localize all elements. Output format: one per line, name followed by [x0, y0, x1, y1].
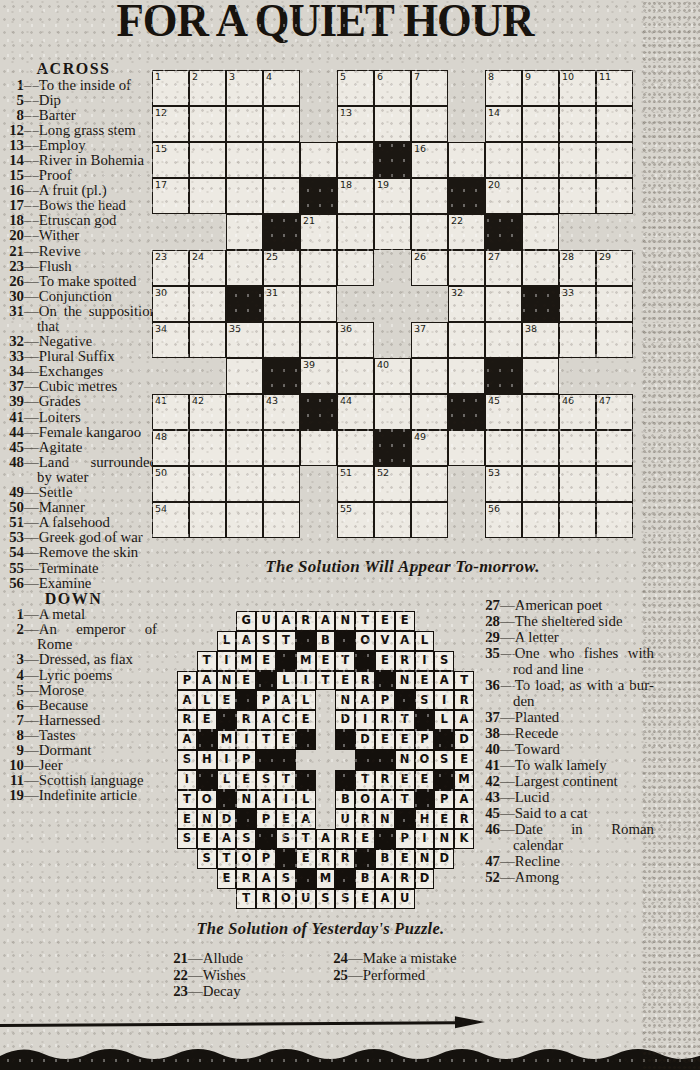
- cell-r7c2[interactable]: [189, 286, 226, 322]
- cell-number: 31: [266, 287, 278, 298]
- cell-r1c6[interactable]: 5: [337, 70, 374, 106]
- cell-r4c13[interactable]: [596, 178, 633, 214]
- cell-number: 25: [266, 251, 278, 262]
- cell-r1c10[interactable]: 8: [485, 70, 522, 106]
- cell-r6c8[interactable]: 26: [411, 250, 448, 286]
- solution-cell-r3c4: M: [236, 651, 256, 671]
- empty-space: [300, 70, 337, 106]
- cell-r11c8[interactable]: 49: [411, 430, 448, 466]
- solution-cell-r10c2: O: [197, 790, 217, 810]
- cell-r10c3[interactable]: [226, 394, 263, 430]
- cell-r13c13[interactable]: [596, 502, 633, 538]
- solution-cell-r4c10: R: [355, 671, 375, 691]
- clue-item: 1—To the inside of: [4, 78, 157, 93]
- cell-r11c1[interactable]: 48: [152, 430, 189, 466]
- solution-letter: D: [341, 714, 351, 726]
- solution-letter: E: [242, 774, 250, 786]
- cell-r1c8[interactable]: 7: [411, 70, 448, 106]
- cell-r4c4[interactable]: [263, 178, 300, 214]
- solution-cell-r1c7: R: [296, 611, 316, 631]
- cell-r2c8[interactable]: [411, 106, 448, 142]
- solution-cell-r7c1: A: [177, 730, 197, 750]
- cell-r6c4[interactable]: 25: [263, 250, 300, 286]
- cell-r7c13[interactable]: [596, 286, 633, 322]
- cell-r11c2[interactable]: [189, 430, 226, 466]
- cell-r2c2[interactable]: [189, 106, 226, 142]
- clue-number: 37: [4, 379, 24, 394]
- solution-cell-r3c8: E: [316, 651, 336, 671]
- empty-space: [454, 849, 474, 869]
- solution-cell-r11c1: E: [177, 809, 197, 829]
- solution-cell-r9c2: [197, 770, 217, 790]
- solution-letter: E: [361, 833, 369, 845]
- clue-number: 4: [4, 668, 24, 683]
- caption-yesterday: The Solution of Yesterday's Puzzle.: [168, 919, 473, 939]
- cell-r2c4[interactable]: [263, 106, 300, 142]
- solution-cell-r9c15: M: [454, 770, 474, 790]
- cell-r6c3[interactable]: [226, 250, 263, 286]
- solution-cell-r12c1: S: [177, 829, 197, 849]
- cell-r13c12[interactable]: [559, 502, 596, 538]
- solution-cell-r5c12: [395, 690, 415, 710]
- solution-letter: R: [262, 893, 271, 905]
- cell-r8c6[interactable]: 36: [337, 322, 374, 358]
- cell-r9c8[interactable]: [411, 358, 448, 394]
- cell-r7c4[interactable]: 31: [263, 286, 300, 322]
- solution-cell-r2c7: [296, 631, 316, 651]
- solution-letter: K: [460, 833, 469, 845]
- solution-letter: R: [361, 814, 370, 826]
- cell-r12c3[interactable]: [226, 466, 263, 502]
- empty-space: [434, 869, 454, 889]
- cell-r12c12[interactable]: [559, 466, 596, 502]
- cell-r3c2[interactable]: [189, 142, 226, 178]
- cell-r3c3[interactable]: [226, 142, 263, 178]
- solution-letter: S: [440, 754, 448, 766]
- solution-letter: E: [223, 695, 231, 707]
- clue-number: 24: [328, 950, 348, 967]
- cell-number: 27: [488, 251, 500, 262]
- cell-r12c8[interactable]: [411, 466, 448, 502]
- cell-r1c1[interactable]: 1: [152, 70, 189, 106]
- clue-item: 2—An emperor of Rome: [4, 622, 157, 652]
- cell-r3c4[interactable]: [263, 142, 300, 178]
- solution-letter: A: [321, 833, 330, 845]
- cell-number: 42: [192, 395, 204, 406]
- solution-cell-r15c5: R: [256, 889, 276, 909]
- cell-r5c4: [263, 214, 300, 250]
- clue-number: 5: [4, 683, 24, 698]
- cell-r10c4[interactable]: 43: [263, 394, 300, 430]
- cell-r9c10: [485, 358, 522, 394]
- solution-letter: I: [422, 655, 426, 667]
- cell-r4c8[interactable]: [411, 178, 448, 214]
- cell-r13c4[interactable]: [263, 502, 300, 538]
- cell-r3c9[interactable]: [448, 142, 485, 178]
- scan-noise-edge: [642, 0, 700, 1070]
- clue-number: 6: [4, 698, 24, 713]
- cell-r4c1[interactable]: 17: [152, 178, 189, 214]
- clue-number: 14: [4, 153, 24, 168]
- cell-r2c7[interactable]: [374, 106, 411, 142]
- solution-letter: A: [262, 873, 271, 885]
- solution-cell-r2c8: B: [316, 631, 336, 651]
- cell-r1c12[interactable]: 10: [559, 70, 596, 106]
- cell-r3c1[interactable]: 15: [152, 142, 189, 178]
- cell-r1c2[interactable]: 2: [189, 70, 226, 106]
- clue-item: 15—Proof: [4, 168, 157, 183]
- solution-letter: M: [300, 655, 311, 667]
- cell-r11c4[interactable]: [263, 430, 300, 466]
- cell-r6c11[interactable]: [522, 250, 559, 286]
- cell-r11c10[interactable]: [485, 430, 522, 466]
- empty-space: [177, 889, 197, 909]
- solution-letter: R: [341, 833, 350, 845]
- solution-cell-r11c15: R: [454, 809, 474, 829]
- solution-cell-r10c5: A: [256, 790, 276, 810]
- cell-r1c13[interactable]: 11: [596, 70, 633, 106]
- solution-letter: A: [460, 794, 469, 806]
- solution-letter: S: [262, 774, 270, 786]
- solution-cell-r9c4: E: [236, 770, 256, 790]
- caption-tomorrow: The Solution Will Appear To-morrow.: [230, 557, 575, 577]
- cell-r13c3[interactable]: [226, 502, 263, 538]
- cell-r6c12[interactable]: 28: [559, 250, 596, 286]
- solution-letter: N: [380, 814, 390, 826]
- solution-letter: D: [420, 873, 430, 885]
- solution-letter: T: [183, 794, 191, 806]
- cell-r1c7[interactable]: 6: [374, 70, 411, 106]
- solution-letter: S: [183, 833, 191, 845]
- clue-item: 19—Indefinite article: [4, 788, 157, 803]
- solution-letter: P: [440, 794, 448, 806]
- solution-cell-r15c6: O: [276, 889, 296, 909]
- solution-letter: T: [203, 655, 211, 667]
- cell-r11c5[interactable]: [300, 430, 337, 466]
- clue-item: 8—Tastes: [4, 728, 157, 743]
- solution-letter: E: [401, 615, 409, 627]
- cell-number: 1: [155, 71, 161, 82]
- clue-number: 40: [480, 741, 500, 757]
- cell-r10c12[interactable]: 46: [559, 394, 596, 430]
- cell-r7c9[interactable]: 32: [448, 286, 485, 322]
- cell-r3c10[interactable]: [485, 142, 522, 178]
- cell-r4c6[interactable]: 18: [337, 178, 374, 214]
- cell-r1c4[interactable]: 4: [263, 70, 300, 106]
- solution-cell-r4c3: N: [217, 671, 237, 691]
- empty-space: [335, 750, 355, 770]
- solution-cell-r6c13: [415, 710, 435, 730]
- solution-cell-r15c11: A: [375, 889, 395, 909]
- cell-r11c13[interactable]: [596, 430, 633, 466]
- cell-r13c11[interactable]: [522, 502, 559, 538]
- solution-letter: A: [440, 675, 449, 687]
- solution-letter: P: [262, 814, 270, 826]
- cell-r10c7[interactable]: [374, 394, 411, 430]
- solution-cell-r2c4: A: [236, 631, 256, 651]
- solution-cell-r8c6: [276, 750, 296, 770]
- solution-letter: A: [301, 814, 310, 826]
- cell-r12c2[interactable]: [189, 466, 226, 502]
- cell-r1c11[interactable]: 9: [522, 70, 559, 106]
- clue-item: 35—One who fishes with rod and line: [480, 645, 654, 677]
- cell-r3c13[interactable]: [596, 142, 633, 178]
- clue-number: 2: [4, 622, 24, 637]
- cell-number: 11: [599, 71, 611, 82]
- empty-space: [454, 631, 474, 651]
- cell-r3c5[interactable]: [300, 142, 337, 178]
- cell-r13c7[interactable]: [374, 502, 411, 538]
- solution-letter: O: [281, 893, 291, 905]
- cell-r7c12[interactable]: 33: [559, 286, 596, 322]
- solution-letter: S: [282, 833, 290, 845]
- solution-cell-r7c12: E: [395, 730, 415, 750]
- empty-space: [177, 651, 197, 671]
- yesterday-solution-grid: GUARANTEELASTBOVALTIMEMETERISPANELITERNE…: [177, 611, 474, 909]
- cell-r8c1[interactable]: 34: [152, 322, 189, 358]
- cell-r6c9[interactable]: [448, 250, 485, 286]
- cell-number: 35: [229, 323, 241, 334]
- cell-r3c12[interactable]: [559, 142, 596, 178]
- cell-r5c6[interactable]: [337, 214, 374, 250]
- solution-cell-r6c3: [217, 710, 237, 730]
- clue-item: 11—Scottish lan­guage: [4, 773, 157, 788]
- cell-r13c1[interactable]: 54: [152, 502, 189, 538]
- clue-item: 54—Remove the skin: [4, 545, 157, 560]
- clue-item: 30—Conjunction: [4, 289, 157, 304]
- cell-r12c4[interactable]: [263, 466, 300, 502]
- empty-space: [197, 631, 217, 651]
- solution-letter: S: [282, 873, 290, 885]
- cell-r9c11[interactable]: [522, 358, 559, 394]
- cell-r11c6[interactable]: [337, 430, 374, 466]
- cell-r4c11[interactable]: [522, 178, 559, 214]
- cell-r13c8[interactable]: [411, 502, 448, 538]
- cell-r4c12[interactable]: [559, 178, 596, 214]
- clue-number: 36: [480, 677, 500, 693]
- cell-r3c6[interactable]: [337, 142, 374, 178]
- cell-r8c9[interactable]: [448, 322, 485, 358]
- solution-letter: R: [242, 714, 251, 726]
- solution-cell-r2c13: L: [415, 631, 435, 651]
- solution-cell-r7c14: [434, 730, 454, 750]
- cell-r5c3[interactable]: [226, 214, 263, 250]
- solution-cell-r2c11: V: [375, 631, 395, 651]
- cell-r5c9[interactable]: 22: [448, 214, 485, 250]
- empty-space: [434, 611, 454, 631]
- cell-r12c1[interactable]: 50: [152, 466, 189, 502]
- solution-cell-r6c14: L: [434, 710, 454, 730]
- cell-r9c7[interactable]: 40: [374, 358, 411, 394]
- solution-cell-r4c7: I: [296, 671, 316, 691]
- solution-cell-r8c4: P: [236, 750, 256, 770]
- solution-cell-r13c2: S: [197, 849, 217, 869]
- solution-cell-r8c3: I: [217, 750, 237, 770]
- cell-r12c11[interactable]: [522, 466, 559, 502]
- cell-r9c6[interactable]: [337, 358, 374, 394]
- solution-cell-r2c6: T: [276, 631, 296, 651]
- cell-r12c10[interactable]: 53: [485, 466, 522, 502]
- solution-letter: E: [401, 853, 409, 865]
- cell-r6c13[interactable]: 29: [596, 250, 633, 286]
- cell-r8c10[interactable]: [485, 322, 522, 358]
- cell-r2c12[interactable]: [559, 106, 596, 142]
- solution-letter: E: [203, 833, 211, 845]
- empty-space: [374, 286, 411, 322]
- solution-letter: E: [282, 814, 290, 826]
- solution-cell-r14c11: A: [375, 869, 395, 889]
- cell-r8c3[interactable]: 35: [226, 322, 263, 358]
- cell-r4c2[interactable]: [189, 178, 226, 214]
- clue-number: 16: [4, 183, 24, 198]
- cell-r6c1[interactable]: 23: [152, 250, 189, 286]
- cell-r4c7[interactable]: 19: [374, 178, 411, 214]
- cell-r3c8[interactable]: 16: [411, 142, 448, 178]
- solution-cell-r13c8: R: [316, 849, 336, 869]
- cell-r10c13[interactable]: 47: [596, 394, 633, 430]
- solution-letter: I: [422, 833, 426, 845]
- cell-r10c6[interactable]: 44: [337, 394, 374, 430]
- solution-letter: N: [202, 814, 212, 826]
- clue-number: 39: [4, 394, 24, 409]
- solution-cell-r13c14: D: [434, 849, 454, 869]
- solution-cell-r14c7: [296, 869, 316, 889]
- solution-letter: S: [242, 833, 250, 845]
- today-crossword-grid: 1234567891011121314151617181920212223242…: [152, 70, 633, 538]
- cell-r6c5[interactable]: [300, 250, 337, 286]
- solution-cell-r12c7: T: [296, 829, 316, 849]
- clue-number: 12: [4, 123, 24, 138]
- solution-cell-r1c11: E: [375, 611, 395, 631]
- cell-r13c10[interactable]: 56: [485, 502, 522, 538]
- cell-number: 13: [340, 107, 352, 118]
- cell-r11c3[interactable]: [226, 430, 263, 466]
- solution-letter: N: [420, 853, 430, 865]
- cell-r6c10[interactable]: 27: [485, 250, 522, 286]
- cell-r8c2[interactable]: [189, 322, 226, 358]
- cell-r4c10[interactable]: 20: [485, 178, 522, 214]
- cell-r5c11[interactable]: [522, 214, 559, 250]
- solution-cell-r6c10: I: [355, 710, 375, 730]
- cell-r4c5: [300, 178, 337, 214]
- cell-r2c13[interactable]: [596, 106, 633, 142]
- cell-r8c5[interactable]: [300, 322, 337, 358]
- cell-r11c12[interactable]: [559, 430, 596, 466]
- cell-r2c11[interactable]: [522, 106, 559, 142]
- cell-r7c1[interactable]: 30: [152, 286, 189, 322]
- empty-space: [316, 790, 336, 810]
- cell-r2c3[interactable]: [226, 106, 263, 142]
- solution-letter: P: [381, 695, 389, 707]
- cell-r13c2[interactable]: [189, 502, 226, 538]
- cell-r9c3[interactable]: [226, 358, 263, 394]
- cell-r11c9[interactable]: [448, 430, 485, 466]
- cell-r10c11[interactable]: [522, 394, 559, 430]
- solution-letter: R: [460, 695, 469, 707]
- cell-r10c8[interactable]: [411, 394, 448, 430]
- clue-number: 15: [4, 168, 24, 183]
- solution-letter: A: [242, 635, 251, 647]
- cell-r7c5[interactable]: [300, 286, 337, 322]
- solution-letter: I: [185, 774, 189, 786]
- empty-space: [300, 466, 337, 502]
- solution-cell-r12c5: [256, 829, 276, 849]
- solution-letter: E: [421, 774, 429, 786]
- clue-column-bottom-right: 24—Make a mis­take25—Performed: [328, 950, 498, 983]
- clue-number: 31: [4, 304, 24, 319]
- clue-item: 42—Largest continent: [480, 773, 654, 789]
- solution-cell-r4c9: E: [335, 671, 355, 691]
- cell-r6c2[interactable]: 24: [189, 250, 226, 286]
- cell-r5c8[interactable]: [411, 214, 448, 250]
- solution-letter: I: [304, 675, 308, 687]
- solution-letter: E: [341, 675, 349, 687]
- cell-r10c2[interactable]: 42: [189, 394, 226, 430]
- solution-letter: B: [380, 853, 389, 865]
- cell-r12c13[interactable]: [596, 466, 633, 502]
- cell-r2c10[interactable]: 14: [485, 106, 522, 142]
- solution-cell-r14c5: A: [256, 869, 276, 889]
- clue-number: 47: [480, 853, 500, 869]
- cell-r8c8[interactable]: 37: [411, 322, 448, 358]
- solution-letter: O: [360, 794, 370, 806]
- cell-r12c6[interactable]: 51: [337, 466, 374, 502]
- cell-number: 56: [488, 503, 500, 514]
- solution-cell-r2c9: [335, 631, 355, 651]
- empty-space: [300, 502, 337, 538]
- clue-item: 17—Bows the head: [4, 198, 157, 213]
- cell-r12c7[interactable]: 52: [374, 466, 411, 502]
- cell-r8c4[interactable]: [263, 322, 300, 358]
- solution-letter: E: [460, 754, 468, 766]
- solution-letter: T: [322, 675, 330, 687]
- cell-r10c10[interactable]: 45: [485, 394, 522, 430]
- cell-r8c11[interactable]: 38: [522, 322, 559, 358]
- cell-r9c9[interactable]: [448, 358, 485, 394]
- cell-r7c10[interactable]: [485, 286, 522, 322]
- cell-r1c3[interactable]: 3: [226, 70, 263, 106]
- cell-r6c6[interactable]: [337, 250, 374, 286]
- solution-letter: S: [203, 853, 211, 865]
- solution-letter: R: [460, 814, 469, 826]
- solution-letter: A: [321, 615, 330, 627]
- solution-letter: A: [380, 794, 389, 806]
- cell-r3c11[interactable]: [522, 142, 559, 178]
- solution-letter: R: [301, 615, 310, 627]
- solution-cell-r13c3: T: [217, 849, 237, 869]
- solution-letter: O: [420, 754, 430, 766]
- cell-r10c1[interactable]: 41: [152, 394, 189, 430]
- cell-number: 24: [192, 251, 204, 262]
- cell-number: 22: [451, 215, 463, 226]
- clue-item: 37—Cubic metres: [4, 379, 157, 394]
- clue-number: 42: [480, 773, 500, 789]
- cell-r13c6[interactable]: 55: [337, 502, 374, 538]
- across-clue-list: 1—To the inside of5—Dip8—Barter12—Long g…: [4, 78, 157, 591]
- cell-r11c11[interactable]: [522, 430, 559, 466]
- cell-r5c7[interactable]: [374, 214, 411, 250]
- cell-r5c5[interactable]: 21: [300, 214, 337, 250]
- cell-r2c1[interactable]: 12: [152, 106, 189, 142]
- cell-r2c6[interactable]: 13: [337, 106, 374, 142]
- solution-letter: N: [340, 695, 350, 707]
- cell-r4c3[interactable]: [226, 178, 263, 214]
- cell-r8c13[interactable]: [596, 322, 633, 358]
- cell-r8c12[interactable]: [559, 322, 596, 358]
- cell-r9c5[interactable]: 39: [300, 358, 337, 394]
- clue-item: 29—A letter: [480, 629, 654, 645]
- solution-letter: T: [341, 655, 349, 667]
